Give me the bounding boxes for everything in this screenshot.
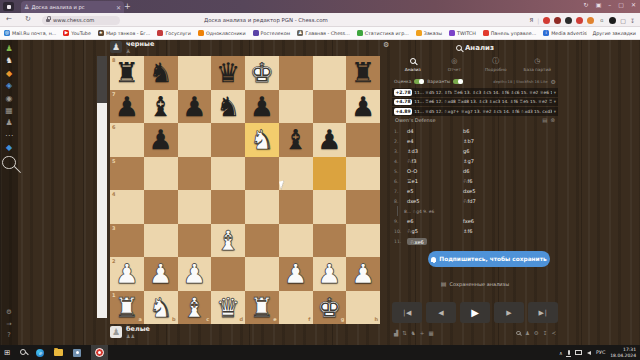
- piece-black-bishop-f6: ♝: [284, 126, 308, 153]
- first-move-button[interactable]: ∣◀: [392, 302, 422, 323]
- bookmark-label: YouTube: [71, 31, 91, 36]
- black-move[interactable]: g6: [463, 148, 556, 154]
- evaluation-badge: +2.78: [394, 89, 412, 96]
- bookmark-favicon: ▶: [63, 30, 69, 36]
- tab-details[interactable]: ⓘПодробно: [475, 56, 517, 72]
- tab-details-label: Подробно: [475, 67, 517, 72]
- move-number: 11.: [394, 239, 407, 244]
- microphone-icon[interactable]: [568, 350, 571, 355]
- square-c1[interactable]: c♝: [178, 291, 212, 325]
- bookmark-item[interactable]: @Mail.Ru почта, н...: [4, 30, 56, 36]
- tab-close-icon[interactable]: ✕: [116, 4, 121, 11]
- volume-icon[interactable]: [587, 351, 591, 355]
- move-number: 7.: [394, 189, 407, 194]
- move-row: 8.dxe5♘fd7: [392, 196, 558, 206]
- square-b1[interactable]: b♞: [144, 291, 178, 325]
- black-move[interactable]: ♘fd7: [463, 198, 556, 204]
- move-number: 6.: [394, 179, 407, 184]
- move-row: 9.e6fxe6: [392, 216, 558, 226]
- chess-board: 8♜♞♛♚♜7♟♝♟♞♟♟6♟♞♝♟543♝2♟♟♟♟♟♟1a♜b♞c♝d♛e♜…: [110, 56, 380, 324]
- back-button[interactable]: ←: [6, 16, 12, 23]
- piece-white-rook-a1: ♜: [115, 294, 139, 321]
- move-row: 6.♖e1♘f6: [392, 176, 558, 186]
- collapse-sidebar-icon[interactable]: →: [6, 320, 11, 328]
- next-move-button[interactable]: ▶: [494, 302, 524, 323]
- tab-analysis-label: Анализ: [392, 67, 434, 72]
- square-e5[interactable]: [245, 157, 279, 191]
- square-a8[interactable]: 8♜: [110, 56, 144, 90]
- panel-toggle-icon[interactable]: ▢: [620, 17, 626, 24]
- bookmark-label: TWITCH: [457, 31, 476, 36]
- diamond-icon[interactable]: ◆: [6, 143, 12, 152]
- bookmark-item[interactable]: Статистика игр...: [357, 30, 409, 36]
- evaluation-badge: +4.78: [394, 99, 412, 106]
- square-h7[interactable]: ♟: [346, 90, 380, 124]
- piece-black-rook-h8: ♜: [351, 59, 375, 86]
- file-explorer-icon[interactable]: [54, 349, 63, 356]
- browser-tab[interactable]: ♙ Доска анализа и рс ✕: [21, 1, 124, 13]
- bookmark-label: Mail.Ru почта, н...: [12, 31, 56, 36]
- black-move[interactable]: ♗f6: [463, 228, 556, 234]
- move-navigation: ∣◀◀▶▶▶∣: [392, 302, 558, 323]
- square-b6[interactable]: ♟: [144, 123, 178, 157]
- puzzles-icon[interactable]: ◆: [6, 69, 12, 78]
- engine-line[interactable]: +4.7811... ♖e6 12. ♘xd8 ♖xd8 13. ♗c3 ♗xc…: [392, 98, 558, 107]
- bookmark-item[interactable]: Заказы: [416, 30, 442, 36]
- share-icon[interactable]: ≺: [551, 330, 556, 336]
- watch-icon[interactable]: ◉: [6, 94, 13, 103]
- piece-white-rook-e1: ♜: [250, 294, 274, 321]
- bookmark-label: Media advertisin...: [551, 31, 586, 36]
- piece-white-pawn-f2: ♟: [284, 260, 308, 287]
- settings-icon[interactable]: ⚙: [6, 308, 12, 316]
- square-c5[interactable]: [178, 157, 212, 191]
- tab-report-label: Отчет: [434, 67, 476, 72]
- square-a7[interactable]: 7♟: [110, 90, 144, 124]
- edge-icon[interactable]: e: [36, 349, 44, 357]
- square-c2[interactable]: ♟: [178, 257, 212, 291]
- square-e6[interactable]: ♞: [245, 123, 279, 157]
- system-tray: ∧ РУС 17:31 18.04.2024: [559, 347, 636, 357]
- bookmarks-list: @Mail.Ru почта, н...▶YouTube★Мир танков …: [4, 30, 587, 36]
- evaluation-chart-icon[interactable]: ▟: [394, 330, 398, 336]
- news-icon[interactable]: ▦: [5, 106, 13, 115]
- downloads-icon[interactable]: ↧: [630, 17, 635, 24]
- white-move[interactable]: d4: [407, 128, 463, 134]
- piece-white-bishop-d3: ♝: [216, 227, 240, 254]
- help-icon[interactable]: ?: [7, 331, 10, 339]
- square-d4[interactable]: [211, 190, 245, 224]
- bookmark-item[interactable]: iMedia advertisin...: [543, 30, 586, 36]
- toggle-switch-0[interactable]: [414, 79, 424, 85]
- square-b4[interactable]: [144, 190, 178, 224]
- piece-black-pawn-a7: ♟: [115, 93, 139, 120]
- opening-name[interactable]: Owen's Defense: [395, 117, 435, 123]
- player-name-white: белые: [126, 326, 150, 333]
- tab-games-db-icon: ◷: [517, 56, 559, 66]
- analysis-panel: Анализ Анализ◎ОтчетⓘПодробно◷База партий…: [392, 40, 558, 345]
- bookmark-item[interactable]: ♟Главная - Chess...: [297, 30, 349, 36]
- extension-icon[interactable]: [609, 17, 616, 24]
- evaluation-bar-black-section: [97, 56, 107, 103]
- close-button[interactable]: ✕: [631, 1, 636, 8]
- white-move[interactable]: e4: [407, 138, 463, 144]
- maximize-button[interactable]: ▢: [618, 1, 624, 8]
- sync-icon[interactable]: ↻: [584, 1, 589, 8]
- tab-games-db[interactable]: ◷База партий: [517, 56, 559, 72]
- square-a5[interactable]: 5: [110, 157, 144, 191]
- play-button[interactable]: ▶: [460, 302, 490, 323]
- square-a1[interactable]: 1a♜: [110, 291, 144, 325]
- square-g4[interactable]: [313, 190, 347, 224]
- player-bar-black: ♟ черные ♙: [110, 41, 154, 54]
- square-d8[interactable]: ♛: [211, 56, 245, 90]
- panel-tabs: Анализ◎ОтчетⓘПодробно◷База партий: [392, 56, 558, 72]
- square-e3[interactable]: [245, 224, 279, 258]
- toggle-switch-1[interactable]: [453, 79, 463, 85]
- square-d6[interactable]: [211, 123, 245, 157]
- expand-caret-icon[interactable]: ▾: [554, 90, 556, 95]
- black-move[interactable]: ♗b7: [463, 138, 556, 144]
- move-row: 1.d4b6: [392, 126, 558, 136]
- square-g6[interactable]: ♟: [313, 123, 347, 157]
- rank-label-2: 2: [112, 259, 115, 264]
- expand-caret-icon[interactable]: ▾: [554, 109, 556, 114]
- bookmark-item[interactable]: TWITCH: [449, 30, 476, 36]
- toggle-label-1: Варианты: [427, 79, 450, 84]
- extension-icon[interactable]: [587, 17, 594, 24]
- pieces-style-icon[interactable]: ♟: [525, 330, 530, 336]
- square-h1[interactable]: h: [346, 291, 380, 325]
- square-f8[interactable]: [279, 56, 313, 90]
- rank-label-8: 8: [112, 58, 115, 63]
- bookmark-favicon: ★: [98, 30, 104, 36]
- white-move[interactable]: ♖e1: [407, 178, 463, 184]
- square-e8[interactable]: ♚: [245, 56, 279, 90]
- white-move[interactable]: ♘g5: [407, 228, 463, 234]
- network-icon[interactable]: [575, 350, 582, 355]
- url-field[interactable]: www.chess.com: [42, 16, 120, 25]
- move-number: 4.: [394, 159, 407, 164]
- piece-white-pawn-c2: ♟: [182, 260, 206, 287]
- bookmark-favicon: [157, 30, 163, 36]
- square-c7[interactable]: ♟: [178, 90, 212, 124]
- square-e2[interactable]: [245, 257, 279, 291]
- square-g8[interactable]: [313, 56, 347, 90]
- extension-icon[interactable]: G: [598, 17, 605, 24]
- square-g5[interactable]: [313, 157, 347, 191]
- piece-black-pawn-c7: ♟: [182, 93, 206, 120]
- captured-pieces-black: ♙: [126, 48, 154, 54]
- bookmark-item[interactable]: Ростелеком: [253, 30, 291, 36]
- piece-white-pawn-g2: ♟: [317, 260, 341, 287]
- search-icon: [410, 58, 416, 64]
- rank-label-7: 7: [112, 92, 115, 97]
- piece-black-rook-a8: ♜: [115, 59, 139, 86]
- square-a4[interactable]: 4: [110, 190, 144, 224]
- flip-board-icon[interactable]: ⇅: [402, 330, 407, 336]
- square-f3[interactable]: [279, 224, 313, 258]
- tab-title: Доска анализа и рс: [31, 4, 114, 10]
- variation-row[interactable]: 8... ♘g4 9. e6: [397, 206, 558, 216]
- new-tab-button[interactable]: +: [124, 2, 131, 11]
- address-bar: ← ↻ www.chess.com Доска анализа и редакт…: [0, 13, 640, 27]
- taskbar-clock[interactable]: 17:31 18.04.2024: [610, 347, 636, 357]
- black-move[interactable]: d6: [463, 168, 556, 174]
- engine-line[interactable]: +4.8911... ♕d5 12. ♘xg7+ ♕xg7 13. ♕e2 ♗c…: [392, 107, 558, 116]
- expand-caret-icon[interactable]: ▾: [554, 99, 556, 104]
- square-c6[interactable]: [178, 123, 212, 157]
- piece-black-pawn-h7: ♟: [351, 93, 375, 120]
- avatar[interactable]: ♟: [110, 326, 122, 338]
- play-icon[interactable]: ♞: [5, 56, 12, 65]
- move-number: 8.: [394, 199, 407, 204]
- chesscom-logo-icon[interactable]: ♟: [5, 44, 12, 53]
- square-c4[interactable]: [178, 190, 212, 224]
- square-b3[interactable]: [144, 224, 178, 258]
- bookmark-item[interactable]: Госуслуги: [157, 30, 191, 36]
- square-h6[interactable]: [346, 123, 380, 157]
- square-h2[interactable]: ♟: [346, 257, 380, 291]
- engine-line-moves: 11... ♖e6 12. ♘xd8 ♖xd8 13. ♗c3 ♗xc3 14.…: [414, 99, 552, 104]
- piece-black-pawn-e7: ♟: [250, 93, 274, 120]
- last-move-button[interactable]: ▶∣: [528, 302, 558, 323]
- bookmark-label: Одноклассники: [206, 31, 246, 36]
- opening-book-icon[interactable]: ▤: [542, 117, 547, 123]
- file-label-c: c: [206, 317, 209, 322]
- square-g3[interactable]: [313, 224, 347, 258]
- square-d3[interactable]: ♝: [211, 224, 245, 258]
- saved-analyses-icon: ▤: [441, 280, 447, 287]
- bookmark-favicon: [449, 30, 455, 36]
- minimize-button[interactable]: –: [608, 1, 611, 8]
- piece-white-bishop-c1: ♝: [182, 294, 206, 321]
- subscribe-button[interactable]: Подпишитесь, чтобы сохранить: [428, 251, 550, 267]
- square-c3[interactable]: [178, 224, 212, 258]
- zoom-icon: [516, 331, 521, 336]
- piece-black-pawn-b6: ♟: [149, 126, 173, 153]
- square-d7[interactable]: ♞: [211, 90, 245, 124]
- active-browser-icon[interactable]: [91, 345, 108, 360]
- file-label-g: g: [341, 317, 345, 322]
- white-move[interactable]: ♗d3: [407, 148, 463, 154]
- white-move[interactable]: ♘f3: [407, 158, 463, 164]
- screen: ♙ Доска анализа и рс ✕ + ↻▣–▢✕ ← ↻ www.c…: [0, 0, 640, 360]
- evaluation-badge: +4.89: [394, 108, 412, 115]
- move-row: 4.♘f3♗g7: [392, 156, 558, 166]
- black-move[interactable]: b6: [463, 128, 556, 134]
- tab-analysis[interactable]: Анализ: [392, 56, 434, 72]
- prev-move-button[interactable]: ◀: [426, 302, 456, 323]
- square-e1[interactable]: e♜: [245, 291, 279, 325]
- tab-details-icon: ⓘ: [475, 56, 517, 66]
- photos-app-icon[interactable]: [73, 349, 81, 357]
- bell-icon: [431, 257, 436, 262]
- extension-icon[interactable]: [554, 17, 561, 24]
- square-g1[interactable]: g♚: [313, 291, 347, 325]
- start-button[interactable]: ⊞: [4, 349, 10, 357]
- square-f4[interactable]: [279, 190, 313, 224]
- square-b5[interactable]: [144, 157, 178, 191]
- white-move[interactable]: e6: [407, 218, 463, 224]
- engine-settings-gear-icon[interactable]: ⚙: [551, 78, 556, 85]
- opening-row: Owen's Defense ▤ ⊗: [392, 117, 558, 123]
- bookmark-label: Главная - Chess...: [305, 31, 349, 36]
- profile-icon[interactable]: Я: [529, 17, 533, 23]
- extension-icons: G: [543, 17, 616, 24]
- tab-report-icon: ◎: [434, 56, 476, 66]
- square-h4[interactable]: [346, 190, 380, 224]
- move-number: 10.: [394, 229, 407, 234]
- bookmark-item[interactable]: ▶YouTube: [63, 30, 91, 36]
- language-indicator[interactable]: РУС: [596, 350, 605, 355]
- piece-white-pawn-h2: ♟: [351, 260, 375, 287]
- bookmark-item[interactable]: Панель управле...: [483, 30, 536, 36]
- piece-white-knight-b1: ♞: [149, 294, 173, 321]
- panels-icon[interactable]: ▣: [596, 1, 602, 8]
- evaluation-bar: [97, 56, 107, 318]
- square-f7[interactable]: [279, 90, 313, 124]
- bookmark-label: Ростелеком: [261, 31, 291, 36]
- black-move[interactable]: dxe5: [463, 188, 556, 194]
- square-h8[interactable]: ♜: [346, 56, 380, 90]
- saved-analyses-label: Сохраненные анализы: [449, 281, 509, 287]
- learn-icon[interactable]: ◈: [6, 81, 12, 90]
- move-list: 1.d4b62.e4♗b73.♗d3g64.♘f3♗g75.O-Od66.♖e1…: [392, 126, 558, 246]
- black-move[interactable]: ♗g7: [463, 158, 556, 164]
- black-move[interactable]: fxe6: [463, 218, 556, 224]
- square-d1[interactable]: d♛: [211, 291, 245, 325]
- toggle-label-0: Оценка: [394, 79, 411, 84]
- extensions-area: Я | G ▢ ↧: [529, 15, 635, 25]
- white-move[interactable]: dxe5: [407, 198, 463, 204]
- reload-button[interactable]: ↻: [25, 16, 31, 23]
- square-d2[interactable]: [211, 257, 245, 291]
- engine-line-moves: 11... ♕d5 12. ♗f5 ♖e6 13. ♗c3 ♗c5 14. ♗f…: [414, 90, 552, 95]
- engine-line[interactable]: +2.7811... ♕d5 12. ♗f5 ♖e6 13. ♗c3 ♗c5 1…: [392, 88, 558, 97]
- panel-header: Анализ: [392, 44, 558, 52]
- browser-menu-icon[interactable]: [3, 2, 14, 11]
- square-f1[interactable]: f: [279, 291, 313, 325]
- close-icon[interactable]: ⊗: [550, 117, 555, 123]
- move-number: 2.: [394, 139, 407, 144]
- bookmark-item[interactable]: Одноклассники: [198, 30, 246, 36]
- white-move[interactable]: O-O: [407, 168, 463, 174]
- square-g2[interactable]: ♟: [313, 257, 347, 291]
- square-b7[interactable]: ♝: [144, 90, 178, 124]
- move-number: 5.: [394, 169, 407, 174]
- current-move[interactable]: ♘xe6: [407, 238, 427, 245]
- bookmark-favicon: i: [543, 30, 549, 36]
- player-bar-white: ♟ белые ♟♟: [110, 326, 150, 339]
- square-g7[interactable]: [313, 90, 347, 124]
- extension-icon[interactable]: [565, 17, 572, 24]
- move-number: 9.: [394, 219, 407, 224]
- bookmark-favicon: [198, 30, 204, 36]
- bookmark-label: Госуслуги: [165, 31, 191, 36]
- saved-analyses-button[interactable]: ▤ Сохраненные анализы: [392, 280, 558, 287]
- rank-label-5: 5: [112, 159, 115, 164]
- square-h5[interactable]: [346, 157, 380, 191]
- square-h3[interactable]: [346, 224, 380, 258]
- move-number: 1.: [394, 129, 407, 134]
- square-c8[interactable]: [178, 56, 212, 90]
- board-tools: ▟⇅♞+▦ ♟⚙↧≺: [392, 330, 558, 336]
- file-label-f: f: [308, 317, 310, 322]
- board-settings-gear-icon[interactable]: ⚙: [383, 42, 389, 49]
- square-a2[interactable]: 2♟: [110, 257, 144, 291]
- move-row: 5.O-Od6: [392, 166, 558, 176]
- piece-white-pawn-a2: ♟: [115, 260, 139, 287]
- rank-label-1: 1: [112, 293, 115, 298]
- piece-white-knight-e6: ♞: [250, 126, 274, 153]
- analysis-icon: [456, 45, 462, 51]
- piece-black-knight-b8: ♞: [149, 59, 173, 86]
- other-bookmarks-button[interactable]: Другие закладки: [593, 31, 636, 36]
- square-b2[interactable]: ♟: [144, 257, 178, 291]
- chesscom-sidebar: ♟♞◆◈◉▦♟⋯◆⚙→?: [0, 40, 18, 345]
- white-move[interactable]: ♘xe6: [407, 238, 463, 244]
- white-move[interactable]: e5: [407, 188, 463, 194]
- move-row: 7.e5dxe5: [392, 186, 558, 196]
- window-controls: ↻▣–▢✕: [584, 1, 636, 8]
- taskbar-search-icon[interactable]: [20, 349, 26, 357]
- tab-report[interactable]: ◎Отчет: [434, 56, 476, 72]
- bookmark-favicon: [416, 30, 422, 36]
- add-icon[interactable]: +: [420, 330, 425, 336]
- bookmark-label: Панель управле...: [491, 31, 536, 36]
- bookmark-label: Мир танков - Бг...: [106, 31, 151, 36]
- piece-black-queen-d8: ♛: [216, 59, 240, 86]
- piece-white-queen-d1: ♛: [216, 294, 240, 321]
- bookmark-favicon: [357, 30, 363, 36]
- settings-icon[interactable]: ⚙: [534, 330, 539, 336]
- square-a6[interactable]: 6: [110, 123, 144, 157]
- bookmark-label: Заказы: [424, 31, 442, 36]
- practice-position-icon[interactable]: ♞: [411, 330, 416, 336]
- more-icon[interactable]: ⋯: [5, 131, 13, 140]
- move-row: 2.e4♗b7: [392, 136, 558, 146]
- file-label-h: h: [374, 317, 378, 322]
- engine-info: depth=18 | Stockfish 16 Lite: [493, 79, 547, 84]
- hidden-icons-chevron[interactable]: ∧: [559, 350, 563, 356]
- move-number: 3.: [394, 149, 407, 154]
- extension-icon[interactable]: [543, 17, 550, 24]
- bookmark-favicon: [253, 30, 259, 36]
- download-icon[interactable]: ↧: [543, 330, 548, 336]
- edit-board-icon[interactable]: ▦: [428, 330, 433, 336]
- avatar[interactable]: ♟: [110, 41, 122, 53]
- black-move[interactable]: ♘f6: [463, 178, 556, 184]
- url-text: www.chess.com: [53, 17, 94, 23]
- move-row: 10.♘g5♗f6: [392, 226, 558, 236]
- square-e7[interactable]: ♟: [245, 90, 279, 124]
- bookmark-item[interactable]: ★Мир танков - Бг...: [98, 30, 151, 36]
- square-a3[interactable]: 3: [110, 224, 144, 258]
- social-icon[interactable]: ♟: [5, 118, 12, 127]
- square-e4[interactable]: [245, 190, 279, 224]
- extension-icon[interactable]: [576, 17, 583, 24]
- square-f6[interactable]: ♝: [279, 123, 313, 157]
- file-label-d: d: [239, 317, 243, 322]
- piece-white-king-g1: ♚: [317, 294, 341, 321]
- square-f2[interactable]: ♟: [279, 257, 313, 291]
- square-b8[interactable]: ♞: [144, 56, 178, 90]
- square-d5[interactable]: [211, 157, 245, 191]
- file-label-b: b: [172, 317, 176, 322]
- bookmark-label: Статистика игр...: [365, 31, 409, 36]
- bookmarks-bar: @Mail.Ru почта, н...▶YouTube★Мир танков …: [0, 27, 640, 40]
